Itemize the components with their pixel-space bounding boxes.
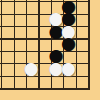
- intersection-r1-c1[interactable]: [8, 8, 20, 20]
- intersection-r2-c6[interactable]: [70, 20, 82, 32]
- intersection-r1-c7[interactable]: [82, 8, 94, 20]
- intersection-r4-c0[interactable]: [0, 45, 8, 57]
- intersection-r0-c4[interactable]: [45, 0, 57, 8]
- intersection-r5-c4[interactable]: ●: [45, 58, 57, 70]
- intersection-r4-c1[interactable]: [8, 45, 20, 57]
- intersection-r5-c5[interactable]: ●: [58, 58, 70, 70]
- intersection-r2-c5[interactable]: ●: [58, 20, 70, 32]
- intersection-r3-c3[interactable]: [33, 33, 45, 45]
- intersection-r5-c2[interactable]: ●: [20, 58, 32, 70]
- intersection-r6-c1[interactable]: [8, 70, 20, 82]
- intersection-r7-c0[interactable]: [0, 82, 8, 94]
- intersection-r1-c5[interactable]: ●: [58, 8, 70, 20]
- intersection-r0-c5[interactable]: ●: [58, 0, 70, 8]
- intersection-r6-c4[interactable]: [45, 70, 57, 82]
- intersection-r0-c2[interactable]: [20, 0, 32, 8]
- intersection-r0-c0[interactable]: [0, 0, 8, 8]
- intersection-r6-c6[interactable]: [70, 70, 82, 82]
- intersection-r1-c4[interactable]: ●: [45, 8, 57, 20]
- intersection-r7-c4[interactable]: [45, 82, 57, 94]
- intersection-r6-c3[interactable]: [33, 70, 45, 82]
- intersection-r7-c5[interactable]: [58, 82, 70, 94]
- intersection-r6-c0[interactable]: [0, 70, 8, 82]
- intersection-r7-c6[interactable]: [70, 82, 82, 94]
- intersection-r7-c2[interactable]: [20, 82, 32, 94]
- intersection-r0-c1[interactable]: [8, 0, 20, 8]
- intersection-r1-c6[interactable]: [70, 8, 82, 20]
- intersection-r2-c2[interactable]: [20, 20, 32, 32]
- intersection-r3-c0[interactable]: [0, 33, 8, 45]
- intersection-r1-c2[interactable]: [20, 8, 32, 20]
- intersection-r0-c3[interactable]: [33, 0, 45, 8]
- intersection-r5-c7[interactable]: [82, 58, 94, 70]
- intersection-r6-c2[interactable]: [20, 70, 32, 82]
- intersection-r5-c0[interactable]: [0, 58, 8, 70]
- intersection-r3-c4[interactable]: [45, 33, 57, 45]
- intersection-r2-c1[interactable]: [8, 20, 20, 32]
- intersection-r1-c0[interactable]: [0, 8, 8, 20]
- intersection-r7-c3[interactable]: [33, 82, 45, 94]
- intersection-r3-c7[interactable]: [82, 33, 94, 45]
- intersection-r0-c7[interactable]: [82, 0, 94, 8]
- intersection-grid: ●●●●●●●●●●: [0, 0, 95, 95]
- intersection-r4-c6[interactable]: [70, 45, 82, 57]
- screenshot: ●●●●●●●●●●: [0, 0, 100, 100]
- intersection-r4-c7[interactable]: [82, 45, 94, 57]
- intersection-r5-c3[interactable]: [33, 58, 45, 70]
- intersection-r2-c3[interactable]: [33, 20, 45, 32]
- intersection-r5-c6[interactable]: [70, 58, 82, 70]
- intersection-r5-c1[interactable]: [8, 58, 20, 70]
- intersection-r7-c1[interactable]: [8, 82, 20, 94]
- intersection-r4-c4[interactable]: ●: [45, 45, 57, 57]
- intersection-r6-c7[interactable]: [82, 70, 94, 82]
- intersection-r2-c0[interactable]: [0, 20, 8, 32]
- intersection-r3-c1[interactable]: [8, 33, 20, 45]
- intersection-r3-c6[interactable]: [70, 33, 82, 45]
- intersection-r3-c5[interactable]: ●: [58, 33, 70, 45]
- intersection-r3-c2[interactable]: [20, 33, 32, 45]
- intersection-r4-c3[interactable]: [33, 45, 45, 57]
- intersection-r6-c5[interactable]: [58, 70, 70, 82]
- go-board: ●●●●●●●●●●: [0, 0, 100, 100]
- intersection-r7-c7[interactable]: [82, 82, 94, 94]
- intersection-r4-c2[interactable]: [20, 45, 32, 57]
- intersection-r2-c4[interactable]: ●: [45, 20, 57, 32]
- intersection-r2-c7[interactable]: [82, 20, 94, 32]
- intersection-r0-c6[interactable]: [70, 0, 82, 8]
- intersection-r4-c5[interactable]: [58, 45, 70, 57]
- intersection-r1-c3[interactable]: [33, 8, 45, 20]
